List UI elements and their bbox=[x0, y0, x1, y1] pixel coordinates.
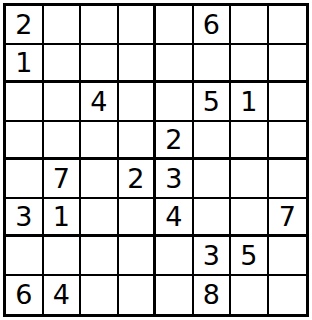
cell-r2c5[interactable] bbox=[156, 45, 194, 84]
cell-r4c5[interactable]: 2 bbox=[156, 122, 194, 161]
cell-r1c4[interactable] bbox=[119, 6, 157, 45]
cell-r6c5[interactable]: 4 bbox=[156, 199, 194, 238]
cell-r7c4[interactable] bbox=[119, 237, 157, 276]
cell-r1c5[interactable] bbox=[156, 6, 194, 45]
cell-r7c8[interactable] bbox=[269, 237, 307, 276]
cell-r8c6[interactable]: 8 bbox=[194, 276, 232, 315]
cell-r6c7[interactable] bbox=[231, 199, 269, 238]
cell-r2c4[interactable] bbox=[119, 45, 157, 84]
given-digit: 3 bbox=[203, 242, 220, 269]
cell-r2c1[interactable]: 1 bbox=[6, 45, 44, 84]
given-digit: 8 bbox=[203, 281, 220, 308]
cell-r3c4[interactable] bbox=[119, 83, 157, 122]
cell-r6c6[interactable] bbox=[194, 199, 232, 238]
cell-r7c2[interactable] bbox=[44, 237, 82, 276]
cell-r2c6[interactable] bbox=[194, 45, 232, 84]
given-digit: 1 bbox=[15, 49, 32, 76]
cell-r4c1[interactable] bbox=[6, 122, 44, 161]
cell-r8c4[interactable] bbox=[119, 276, 157, 315]
cell-r7c1[interactable] bbox=[6, 237, 44, 276]
cell-r8c2[interactable]: 4 bbox=[44, 276, 82, 315]
cell-r7c3[interactable] bbox=[81, 237, 119, 276]
cell-r5c4[interactable]: 2 bbox=[119, 160, 157, 199]
cell-r2c7[interactable] bbox=[231, 45, 269, 84]
given-digit: 2 bbox=[165, 126, 182, 153]
given-digit: 4 bbox=[90, 88, 107, 115]
cell-r1c7[interactable] bbox=[231, 6, 269, 45]
cell-r5c7[interactable] bbox=[231, 160, 269, 199]
cell-r8c3[interactable] bbox=[81, 276, 119, 315]
given-digit: 5 bbox=[203, 88, 220, 115]
cell-r1c2[interactable] bbox=[44, 6, 82, 45]
cell-r2c3[interactable] bbox=[81, 45, 119, 84]
cell-r5c6[interactable] bbox=[194, 160, 232, 199]
cell-r1c8[interactable] bbox=[269, 6, 307, 45]
cell-r8c7[interactable] bbox=[231, 276, 269, 315]
cell-r8c1[interactable]: 6 bbox=[6, 276, 44, 315]
cell-r6c2[interactable]: 1 bbox=[44, 199, 82, 238]
given-digit: 7 bbox=[279, 203, 296, 230]
cell-r1c1[interactable]: 2 bbox=[6, 6, 44, 45]
cell-r1c3[interactable] bbox=[81, 6, 119, 45]
cell-r3c1[interactable] bbox=[6, 83, 44, 122]
cell-r3c5[interactable] bbox=[156, 83, 194, 122]
cell-r7c7[interactable]: 5 bbox=[231, 237, 269, 276]
cell-r4c4[interactable] bbox=[119, 122, 157, 161]
cell-r1c6[interactable]: 6 bbox=[194, 6, 232, 45]
given-digit: 3 bbox=[165, 165, 182, 192]
given-digit: 1 bbox=[53, 203, 70, 230]
cell-r4c7[interactable] bbox=[231, 122, 269, 161]
given-digit: 2 bbox=[15, 11, 32, 38]
given-digit: 5 bbox=[240, 242, 257, 269]
cell-r8c5[interactable] bbox=[156, 276, 194, 315]
cell-r4c8[interactable] bbox=[269, 122, 307, 161]
cell-r4c3[interactable] bbox=[81, 122, 119, 161]
cell-r6c8[interactable]: 7 bbox=[269, 199, 307, 238]
given-digit: 3 bbox=[15, 203, 32, 230]
cell-r2c8[interactable] bbox=[269, 45, 307, 84]
cell-r8c8[interactable] bbox=[269, 276, 307, 315]
cell-r5c5[interactable]: 3 bbox=[156, 160, 194, 199]
cell-r3c3[interactable]: 4 bbox=[81, 83, 119, 122]
cell-r4c2[interactable] bbox=[44, 122, 82, 161]
cell-r5c1[interactable] bbox=[6, 160, 44, 199]
given-digit: 2 bbox=[127, 165, 144, 192]
cell-r6c1[interactable]: 3 bbox=[6, 199, 44, 238]
given-digit: 4 bbox=[165, 203, 182, 230]
cell-r5c2[interactable]: 7 bbox=[44, 160, 82, 199]
cell-r6c4[interactable] bbox=[119, 199, 157, 238]
given-digit: 1 bbox=[240, 88, 257, 115]
cell-r4c6[interactable] bbox=[194, 122, 232, 161]
cell-r5c3[interactable] bbox=[81, 160, 119, 199]
cell-r6c3[interactable] bbox=[81, 199, 119, 238]
cell-r3c2[interactable] bbox=[44, 83, 82, 122]
given-digit: 6 bbox=[203, 11, 220, 38]
cell-r5c8[interactable] bbox=[269, 160, 307, 199]
cell-r2c2[interactable] bbox=[44, 45, 82, 84]
given-digit: 7 bbox=[53, 165, 70, 192]
cell-r7c6[interactable]: 3 bbox=[194, 237, 232, 276]
sudoku-board: 2614512723314735648 bbox=[3, 3, 309, 317]
cell-r3c8[interactable] bbox=[269, 83, 307, 122]
cell-r3c7[interactable]: 1 bbox=[231, 83, 269, 122]
cell-r7c5[interactable] bbox=[156, 237, 194, 276]
given-digit: 6 bbox=[15, 281, 32, 308]
given-digit: 4 bbox=[53, 281, 70, 308]
sudoku-page: 2614512723314735648 bbox=[0, 0, 312, 320]
cell-r3c6[interactable]: 5 bbox=[194, 83, 232, 122]
